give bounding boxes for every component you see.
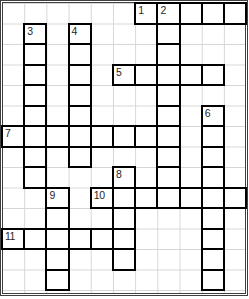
crossword-cell[interactable]	[201, 166, 225, 189]
crossword-cell[interactable]	[23, 105, 47, 128]
crossword-cell[interactable]	[23, 125, 47, 148]
crossword-cell[interactable]: 4	[68, 23, 92, 46]
clue-number: 5	[116, 67, 121, 78]
crossword-cell[interactable]: 5	[112, 64, 136, 87]
crossword-cell[interactable]	[156, 146, 180, 169]
crossword-cell[interactable]	[201, 248, 225, 271]
crossword-cell[interactable]: 10	[90, 187, 114, 210]
crossword-cell[interactable]: 6	[201, 105, 225, 128]
crossword-cell[interactable]	[201, 2, 225, 25]
crossword-cell[interactable]: 1	[134, 2, 158, 25]
crossword-cell[interactable]	[45, 207, 69, 230]
crossword-cell[interactable]	[90, 228, 114, 251]
clue-number: 2	[160, 5, 165, 16]
crossword-cell[interactable]	[156, 166, 180, 189]
crossword-cell[interactable]	[156, 64, 180, 87]
crossword-cell[interactable]	[45, 228, 69, 251]
crossword-cell[interactable]: 8	[112, 166, 136, 189]
crossword-cell[interactable]: 3	[23, 23, 47, 46]
crossword-cell[interactable]	[68, 125, 92, 148]
crossword-cell[interactable]	[179, 2, 203, 25]
crossword-cell[interactable]: 9	[45, 187, 69, 210]
crossword-cell[interactable]	[201, 187, 225, 210]
crossword-cell[interactable]	[45, 125, 69, 148]
crossword-cell[interactable]	[223, 187, 247, 210]
crossword-cell[interactable]	[90, 125, 114, 148]
crossword-cell[interactable]	[156, 187, 180, 210]
clue-number: 7	[5, 128, 10, 139]
crossword-cell[interactable]	[68, 84, 92, 107]
crossword-cell[interactable]	[201, 125, 225, 148]
crossword-cell[interactable]	[23, 64, 47, 87]
crossword-cell[interactable]	[68, 43, 92, 66]
crossword-cell[interactable]	[134, 64, 158, 87]
crossword-cell[interactable]	[156, 125, 180, 148]
crossword-cell[interactable]	[68, 64, 92, 87]
crossword-cell[interactable]	[156, 23, 180, 46]
clue-number: 4	[72, 26, 77, 37]
crossword-cell[interactable]: 11	[1, 228, 25, 251]
clue-number: 9	[49, 190, 54, 201]
spreadsheet-background: 1234567891011	[2, 2, 246, 294]
crossword-cell[interactable]	[179, 187, 203, 210]
crossword-cell[interactable]	[112, 207, 136, 230]
crossword-cell[interactable]	[201, 207, 225, 230]
crossword-cell[interactable]	[112, 248, 136, 271]
clue-number: 11	[5, 231, 15, 242]
crossword-cell[interactable]	[201, 146, 225, 169]
sheet-double-border-frame: 1234567891011	[0, 0, 248, 296]
crossword-cell[interactable]	[23, 146, 47, 169]
crossword-cell[interactable]	[156, 43, 180, 66]
crossword-cell[interactable]	[23, 166, 47, 189]
clue-number: 6	[205, 108, 210, 119]
clue-number: 10	[94, 190, 105, 201]
crossword-cell[interactable]	[45, 248, 69, 271]
crossword-cell[interactable]	[68, 146, 92, 169]
crossword-cell[interactable]	[134, 125, 158, 148]
crossword-cell[interactable]	[23, 84, 47, 107]
crossword-cell[interactable]	[179, 64, 203, 87]
crossword-cell[interactable]	[45, 269, 69, 292]
crossword-cell[interactable]	[112, 228, 136, 251]
crossword-cell[interactable]	[23, 228, 47, 251]
crossword-cell[interactable]: 7	[1, 125, 25, 148]
clue-number: 3	[27, 26, 32, 37]
crossword-cell[interactable]	[134, 187, 158, 210]
crossword-cell[interactable]	[156, 84, 180, 107]
crossword-cell[interactable]	[201, 269, 225, 292]
crossword-cell[interactable]	[201, 64, 225, 87]
clue-number: 1	[138, 5, 143, 16]
crossword-cell[interactable]	[68, 228, 92, 251]
crossword-cell[interactable]	[223, 2, 247, 25]
crossword-cell[interactable]	[112, 187, 136, 210]
crossword-cell[interactable]	[112, 125, 136, 148]
clue-number: 8	[116, 169, 121, 180]
crossword-cell[interactable]: 2	[156, 2, 180, 25]
crossword-cell[interactable]	[68, 105, 92, 128]
crossword-cell[interactable]	[201, 228, 225, 251]
crossword-cell[interactable]	[156, 105, 180, 128]
crossword-cell[interactable]	[23, 43, 47, 66]
